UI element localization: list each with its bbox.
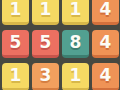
- tile-value: 1: [10, 67, 22, 84]
- tile-value: 8: [70, 34, 82, 51]
- tile-value: 1: [70, 67, 82, 84]
- tile-r1c3[interactable]: 1: [62, 0, 89, 25]
- tile-r3c2[interactable]: 3: [32, 63, 59, 90]
- tile-r1c4[interactable]: 4: [92, 0, 119, 25]
- tile-value: 4: [100, 1, 112, 18]
- tile-value: 1: [70, 1, 82, 18]
- tile-r1c1[interactable]: 1: [2, 0, 29, 25]
- tile-r1c2[interactable]: 1: [32, 0, 59, 25]
- tile-value: 4: [100, 34, 112, 51]
- tile-value: 5: [10, 34, 22, 51]
- tile-grid[interactable]: 111455841314: [2, 0, 119, 90]
- tile-r3c1[interactable]: 1: [2, 63, 29, 90]
- tile-value: 1: [10, 1, 22, 18]
- tile-r2c3[interactable]: 8: [62, 30, 89, 58]
- tile-value: 1: [40, 1, 52, 18]
- tile-r2c4[interactable]: 4: [92, 30, 119, 58]
- tile-r2c2[interactable]: 5: [32, 30, 59, 58]
- tile-r2c1[interactable]: 5: [2, 30, 29, 58]
- tile-value: 5: [40, 34, 52, 51]
- tile-r3c4[interactable]: 4: [92, 63, 119, 90]
- tile-value: 4: [100, 67, 112, 84]
- tile-r3c3[interactable]: 1: [62, 63, 89, 90]
- tile-value: 3: [40, 67, 52, 84]
